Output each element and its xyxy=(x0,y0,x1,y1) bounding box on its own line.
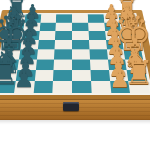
square[interactable] xyxy=(72,49,90,59)
square[interactable] xyxy=(89,40,107,49)
square[interactable] xyxy=(55,31,72,40)
square[interactable] xyxy=(72,81,91,93)
square[interactable] xyxy=(56,14,72,22)
square[interactable] xyxy=(72,23,88,31)
square[interactable] xyxy=(38,31,55,40)
square[interactable] xyxy=(53,81,72,93)
square[interactable] xyxy=(72,31,89,40)
square[interactable] xyxy=(36,49,54,59)
square[interactable] xyxy=(39,23,56,31)
square[interactable] xyxy=(72,59,90,70)
square[interactable] xyxy=(72,14,88,22)
black-pawn[interactable]: ♟ xyxy=(14,67,35,90)
square[interactable] xyxy=(89,49,107,59)
square[interactable] xyxy=(88,14,104,22)
square[interactable] xyxy=(33,81,53,93)
square[interactable] xyxy=(56,23,72,31)
square[interactable] xyxy=(55,40,72,49)
square[interactable] xyxy=(53,70,72,81)
square[interactable] xyxy=(88,31,105,40)
clasp[interactable] xyxy=(63,102,79,111)
square[interactable] xyxy=(88,23,105,31)
square[interactable] xyxy=(91,81,111,93)
white-rook[interactable]: ♜ xyxy=(124,57,150,90)
square[interactable] xyxy=(54,59,72,70)
square[interactable] xyxy=(90,70,109,81)
square[interactable] xyxy=(72,40,89,49)
square[interactable] xyxy=(40,14,56,22)
square[interactable] xyxy=(35,59,54,70)
square[interactable] xyxy=(37,40,55,49)
square[interactable] xyxy=(90,59,109,70)
square[interactable] xyxy=(54,49,72,59)
chess-set-photo: ♜♟♟♜♞♟♟♞♝♟♟♝♛♟♟♛♚♟♟♚♝♟♟♝♞♟♟♞♜♟♟♜ xyxy=(0,0,150,150)
square[interactable] xyxy=(34,70,53,81)
square[interactable] xyxy=(72,70,91,81)
